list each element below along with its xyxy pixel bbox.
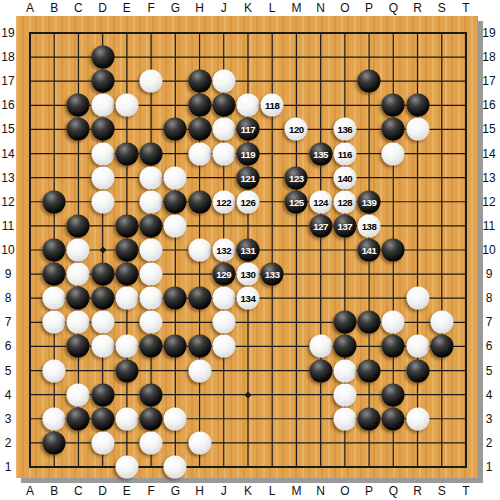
coord-left-5: 5	[5, 365, 12, 377]
coord-right-8: 8	[486, 292, 493, 304]
coord-right-13: 13	[482, 172, 495, 184]
coord-left-16: 16	[1, 99, 14, 111]
coord-top-A: A	[26, 2, 34, 14]
coord-top-B: B	[50, 2, 58, 14]
coord-top-F: F	[147, 2, 154, 14]
coord-top-M: M	[291, 2, 301, 14]
coord-bottom-F: F	[147, 485, 154, 497]
coord-bottom-N: N	[316, 485, 325, 497]
coord-bottom-H: H	[195, 485, 204, 497]
coord-bottom-M: M	[291, 485, 301, 497]
coord-left-11: 11	[2, 220, 14, 232]
coord-right-19: 19	[482, 27, 495, 39]
coord-top-J: J	[221, 2, 227, 14]
coord-bottom-K: K	[244, 485, 252, 497]
coord-right-10: 10	[482, 244, 495, 256]
coord-left-18: 18	[1, 51, 14, 63]
coord-right-15: 15	[482, 123, 495, 135]
coord-top-H: H	[195, 2, 204, 14]
coord-right-11: 11	[483, 220, 495, 232]
coord-bottom-T: T	[462, 485, 469, 497]
coord-left-4: 4	[5, 389, 12, 401]
coord-left-6: 6	[5, 340, 12, 352]
coord-top-N: N	[316, 2, 325, 14]
go-board[interactable]	[16, 16, 478, 478]
coord-right-3: 3	[486, 413, 493, 425]
coord-bottom-R: R	[413, 485, 422, 497]
coord-bottom-C: C	[74, 485, 83, 497]
coord-left-1: 1	[5, 461, 12, 473]
coord-left-12: 12	[1, 196, 14, 208]
coord-bottom-J: J	[221, 485, 227, 497]
coord-right-2: 2	[486, 437, 493, 449]
coord-right-12: 12	[482, 196, 495, 208]
coord-top-R: R	[413, 2, 422, 14]
coord-top-K: K	[244, 2, 252, 14]
coord-top-Q: Q	[389, 2, 398, 14]
coord-left-15: 15	[1, 123, 14, 135]
coord-left-3: 3	[5, 413, 12, 425]
coord-bottom-O: O	[340, 485, 349, 497]
coord-left-2: 2	[5, 437, 12, 449]
coord-bottom-L: L	[269, 485, 276, 497]
coord-right-18: 18	[482, 51, 495, 63]
coord-top-S: S	[438, 2, 446, 14]
coord-right-17: 17	[482, 75, 495, 87]
coord-right-6: 6	[486, 340, 493, 352]
coord-left-17: 17	[1, 75, 14, 87]
coord-top-E: E	[123, 2, 131, 14]
coord-left-19: 19	[1, 27, 14, 39]
coord-left-7: 7	[5, 316, 12, 328]
coord-top-G: G	[171, 2, 180, 14]
coord-right-9: 9	[486, 268, 493, 280]
coord-bottom-B: B	[50, 485, 58, 497]
coord-top-O: O	[340, 2, 349, 14]
coord-bottom-G: G	[171, 485, 180, 497]
coord-left-10: 10	[1, 244, 14, 256]
coord-left-14: 14	[1, 148, 14, 160]
coord-top-T: T	[462, 2, 469, 14]
coord-bottom-Q: Q	[389, 485, 398, 497]
coord-top-D: D	[98, 2, 107, 14]
coord-left-13: 13	[1, 172, 14, 184]
coord-bottom-E: E	[123, 485, 131, 497]
coord-right-5: 5	[486, 365, 493, 377]
coord-top-L: L	[269, 2, 276, 14]
coord-right-16: 16	[482, 99, 495, 111]
coord-right-14: 14	[482, 148, 495, 160]
coord-bottom-A: A	[26, 485, 34, 497]
coord-bottom-P: P	[365, 485, 373, 497]
coord-right-4: 4	[486, 389, 493, 401]
coord-bottom-D: D	[98, 485, 107, 497]
board-grid-lines	[16, 16, 478, 478]
coord-right-1: 1	[486, 461, 493, 473]
coord-left-9: 9	[5, 268, 12, 280]
coord-top-P: P	[365, 2, 373, 14]
coord-bottom-S: S	[438, 485, 446, 497]
coord-left-8: 8	[5, 292, 12, 304]
coord-right-7: 7	[486, 316, 493, 328]
coord-top-C: C	[74, 2, 83, 14]
